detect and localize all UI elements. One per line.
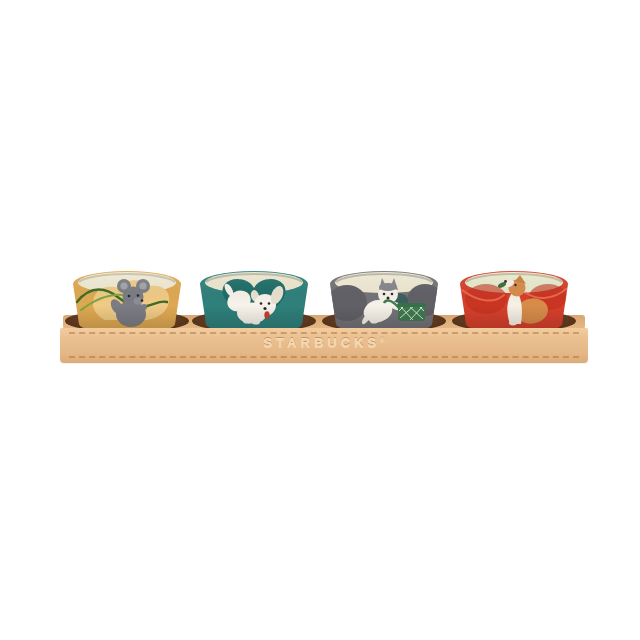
trademark-symbol: ® (380, 337, 384, 343)
dog-basket-art (328, 271, 440, 333)
bowl-puppy (198, 268, 310, 334)
corgi-bowl-illustration (458, 268, 570, 334)
bowl-corgi (458, 268, 570, 334)
mouse-bowl-illustration (71, 268, 183, 334)
brand-emboss: STARBUCKS® (60, 335, 588, 350)
stitch-line-bottom (69, 356, 579, 358)
dog-basket-bowl-illustration (328, 268, 440, 334)
corgi-art (460, 271, 568, 333)
tray-front: STARBUCKS® (60, 328, 588, 363)
product-photo: STARBUCKS® (0, 0, 640, 640)
bowl-dog-basket (328, 268, 440, 334)
puppy-bowl-illustration (198, 268, 310, 334)
mouse-art (73, 271, 181, 333)
brand-text: STARBUCKS (263, 335, 380, 350)
bowl-mouse (71, 268, 183, 334)
puppy-art (200, 271, 308, 333)
stitch-line-top (69, 332, 579, 334)
